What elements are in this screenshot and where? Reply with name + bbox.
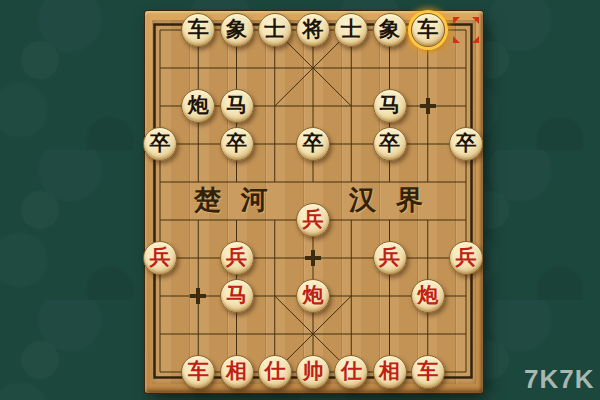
piece-character: 马 [226,95,247,116]
piece-character: 车 [417,19,438,40]
piece-red-soldier[interactable]: 兵 [143,241,177,275]
piece-red-elephant[interactable]: 相 [220,355,254,389]
point-marker [305,250,321,266]
point-marker [190,288,206,304]
piece-character: 车 [417,361,438,382]
piece-character: 马 [379,95,400,116]
piece-character: 相 [379,361,400,382]
piece-black-advisor[interactable]: 士 [334,13,368,47]
piece-character: 仕 [341,361,362,382]
piece-black-soldier[interactable]: 卒 [449,127,483,161]
piece-red-soldier[interactable]: 兵 [296,203,330,237]
piece-character: 兵 [379,247,400,268]
piece-black-cannon[interactable]: 炮 [181,89,215,123]
piece-black-elephant[interactable]: 象 [220,13,254,47]
piece-character: 将 [303,19,324,40]
piece-character: 车 [188,361,209,382]
piece-red-soldier[interactable]: 兵 [449,241,483,275]
piece-black-soldier[interactable]: 卒 [373,127,407,161]
piece-black-chariot[interactable]: 车 [411,13,445,47]
piece-black-general[interactable]: 将 [296,13,330,47]
point-marker [420,98,436,114]
piece-red-cannon[interactable]: 炮 [296,279,330,313]
piece-character: 士 [341,19,362,40]
piece-red-chariot[interactable]: 车 [181,355,215,389]
piece-black-elephant[interactable]: 象 [373,13,407,47]
piece-red-elephant[interactable]: 相 [373,355,407,389]
river-label-right: 汉界 [349,185,443,215]
piece-character: 卒 [379,133,400,154]
piece-character: 士 [264,19,285,40]
piece-character: 卒 [303,133,324,154]
piece-character: 兵 [226,247,247,268]
game-background: 楚河 汉界 车象士将士象车炮马马卒卒卒卒卒兵兵兵兵兵马炮炮车相仕帅仕相车 7K7… [0,0,600,400]
piece-black-soldier[interactable]: 卒 [220,127,254,161]
piece-black-chariot[interactable]: 车 [181,13,215,47]
piece-black-advisor[interactable]: 士 [258,13,292,47]
piece-red-soldier[interactable]: 兵 [373,241,407,275]
piece-character: 炮 [417,285,438,306]
piece-character: 象 [379,19,400,40]
piece-character: 兵 [150,247,171,268]
move-origin-marker [453,17,479,43]
piece-character: 车 [188,19,209,40]
piece-character: 兵 [456,247,477,268]
piece-character: 卒 [456,133,477,154]
piece-character: 马 [226,285,247,306]
piece-black-horse[interactable]: 马 [373,89,407,123]
piece-red-cannon[interactable]: 炮 [411,279,445,313]
watermark-logo: 7K7K [524,364,594,395]
piece-character: 帅 [303,361,324,382]
piece-character: 炮 [303,285,324,306]
piece-character: 相 [226,361,247,382]
piece-red-general[interactable]: 帅 [296,355,330,389]
piece-black-soldier[interactable]: 卒 [143,127,177,161]
piece-character: 兵 [303,209,324,230]
river-label-left: 楚河 [194,185,288,215]
piece-black-horse[interactable]: 马 [220,89,254,123]
piece-red-advisor[interactable]: 仕 [258,355,292,389]
piece-character: 炮 [188,95,209,116]
piece-red-horse[interactable]: 马 [220,279,254,313]
piece-red-advisor[interactable]: 仕 [334,355,368,389]
piece-black-soldier[interactable]: 卒 [296,127,330,161]
piece-character: 卒 [226,133,247,154]
piece-character: 仕 [264,361,285,382]
piece-character: 卒 [150,133,171,154]
piece-red-soldier[interactable]: 兵 [220,241,254,275]
piece-character: 象 [226,19,247,40]
piece-red-chariot[interactable]: 车 [411,355,445,389]
